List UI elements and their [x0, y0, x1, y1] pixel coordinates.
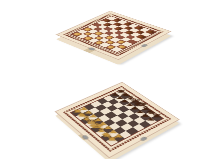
square [136, 34, 147, 39]
square [111, 47, 122, 52]
checker-light [106, 41, 114, 45]
corner-rosette [166, 117, 170, 120]
square [88, 34, 99, 38]
square [130, 32, 140, 36]
square [110, 37, 121, 42]
square [83, 36, 94, 41]
square [133, 117, 144, 124]
square [145, 30, 155, 34]
square: ♜ [106, 137, 118, 145]
square [104, 119, 115, 126]
chess-board: ♜♟♟♜♞♟♟♞♝♟♟♝♛♟♟♛♚♟♟♚♝♟♟♝♞♟♟♞♜♟♟♜ [55, 82, 180, 158]
checker-light [95, 41, 103, 45]
square [94, 40, 105, 45]
chess-board-scene: ♜♟♟♜♞♟♟♞♝♟♟♝♛♟♟♛♚♟♟♚♝♟♟♝♞♟♟♞♜♟♟♜ [72, 71, 161, 159]
square [99, 38, 110, 43]
square [109, 122, 121, 129]
checker-light [117, 40, 125, 43]
corner-rosette [115, 53, 120, 55]
square [93, 36, 104, 41]
product-photo: ♜♟♟♜♞♟♟♞♝♟♟♝♛♟♟♛♚♟♟♚♝♟♟♝♞♟♟♞♜♟♟♜ [0, 0, 220, 159]
square [116, 44, 127, 49]
square: ♝ [96, 129, 108, 137]
board-face: ♜♟♟♜♞♟♟♞♝♟♟♝♛♟♟♛♚♟♟♚♝♟♟♝♞♟♟♞♜♟♟♜ [55, 82, 180, 158]
square [120, 37, 131, 42]
chess-piece-white-b: ♝ [94, 127, 108, 133]
square [115, 35, 126, 40]
square [116, 40, 127, 45]
square [132, 124, 144, 131]
chess-piece-white-n: ♞ [100, 131, 113, 137]
square: ♟ [107, 130, 119, 138]
square: ♟ [145, 118, 157, 125]
square [126, 127, 138, 134]
square [88, 38, 99, 43]
square [121, 42, 132, 47]
checker-light [118, 45, 126, 49]
square [110, 116, 121, 123]
square [119, 130, 131, 138]
corner-rosette [65, 33, 69, 35]
chess-piece-black-p: ♟ [145, 117, 155, 121]
square [120, 123, 132, 130]
checker-light [107, 45, 115, 49]
checker-dark [137, 35, 145, 38]
checker-light [84, 37, 92, 40]
square [125, 35, 136, 40]
chess-piece-white-k: ♚ [88, 122, 105, 129]
square [104, 35, 115, 40]
square [131, 37, 142, 42]
square [138, 121, 150, 128]
square [110, 42, 121, 47]
checkers-board [56, 11, 172, 60]
checker-dark [146, 30, 154, 33]
checkers-grid [72, 17, 155, 52]
chess-piece-white-p: ♟ [108, 129, 118, 133]
square [100, 42, 111, 47]
square [109, 33, 120, 37]
square [77, 34, 88, 39]
square [114, 126, 126, 133]
checkers-board-scene [73, 0, 155, 74]
square [126, 39, 137, 44]
square [105, 40, 116, 45]
square [115, 119, 127, 126]
chess-piece-white-p: ♟ [114, 133, 125, 138]
square [120, 33, 130, 37]
checker-light [95, 36, 103, 39]
checker-light [106, 36, 114, 39]
corner-rosette [108, 148, 113, 151]
square: ♟ [113, 134, 125, 142]
square [122, 116, 133, 123]
square [127, 120, 139, 127]
square: ♟ [102, 126, 114, 133]
chess-piece-white-r: ♜ [106, 136, 119, 141]
square: ♞ [101, 133, 113, 141]
square [99, 33, 110, 37]
square [105, 45, 116, 50]
board-face [56, 11, 172, 60]
